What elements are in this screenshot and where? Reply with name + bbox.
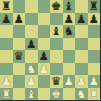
black-pawn[interactable]: ♟ [1, 12, 11, 25]
square-f2[interactable]: ♟ [63, 75, 76, 88]
square-f4[interactable] [63, 50, 76, 63]
square-c1[interactable]: ♝ [25, 88, 38, 101]
square-a5[interactable] [0, 38, 13, 51]
square-e5[interactable] [50, 38, 63, 51]
square-d6[interactable] [38, 25, 51, 38]
black-pawn[interactable]: ♟ [14, 12, 24, 25]
square-b6[interactable] [13, 25, 26, 38]
square-b2[interactable] [13, 75, 26, 88]
square-h4[interactable] [88, 50, 101, 63]
square-b1[interactable] [13, 88, 26, 101]
square-a6[interactable] [0, 25, 13, 38]
square-c7[interactable] [25, 13, 38, 26]
white-rook[interactable]: ♜ [1, 87, 11, 100]
square-b3[interactable] [13, 63, 26, 76]
white-pawn[interactable]: ♟ [39, 62, 49, 75]
square-f6[interactable]: ♞ [63, 25, 76, 38]
white-bishop[interactable]: ♝ [26, 87, 36, 100]
square-a4[interactable] [0, 50, 13, 63]
square-c8[interactable] [25, 0, 38, 13]
white-pawn[interactable]: ♟ [64, 75, 74, 88]
square-e6[interactable]: ♝ [50, 25, 63, 38]
black-pawn[interactable]: ♟ [76, 12, 86, 25]
square-c5[interactable]: ♟ [25, 38, 38, 51]
square-d2[interactable] [38, 75, 51, 88]
square-g6[interactable] [75, 25, 88, 38]
square-g4[interactable] [75, 50, 88, 63]
black-queen[interactable]: ♛ [14, 50, 24, 63]
square-d8[interactable] [38, 0, 51, 13]
square-d3[interactable]: ♟ [38, 63, 51, 76]
square-g7[interactable]: ♟ [75, 13, 88, 26]
black-pawn[interactable]: ♟ [26, 37, 36, 50]
chess-board: ♜♚♝♜♟♟♟♟♟♝♞♟♛♟♞♟♟♟♛♟♟♟♜♝♚♞♜ [0, 0, 100, 100]
square-a7[interactable]: ♟ [0, 13, 13, 26]
square-f5[interactable] [63, 38, 76, 51]
black-king[interactable]: ♚ [51, 0, 61, 12]
white-knight[interactable]: ♞ [76, 87, 86, 100]
square-d7[interactable] [38, 13, 51, 26]
black-knight[interactable]: ♞ [64, 25, 74, 38]
square-h6[interactable] [88, 25, 101, 38]
black-pawn[interactable]: ♟ [89, 12, 99, 25]
square-f1[interactable] [63, 88, 76, 101]
square-e1[interactable]: ♚ [50, 88, 63, 101]
square-h1[interactable]: ♜ [88, 88, 101, 101]
white-rook[interactable]: ♜ [89, 87, 99, 100]
chess-app-viewport: ♜♚♝♜♟♟♟♟♟♝♞♟♛♟♞♟♟♟♛♟♟♟♜♝♚♞♜ [0, 0, 100, 100]
square-g1[interactable]: ♞ [75, 88, 88, 101]
square-h7[interactable]: ♟ [88, 13, 101, 26]
square-a1[interactable]: ♜ [0, 88, 13, 101]
white-king[interactable]: ♚ [51, 87, 61, 100]
square-d1[interactable] [38, 88, 51, 101]
square-h5[interactable] [88, 38, 101, 51]
square-b7[interactable]: ♟ [13, 13, 26, 26]
square-e4[interactable] [50, 50, 63, 63]
square-e8[interactable]: ♚ [50, 0, 63, 13]
square-b4[interactable]: ♛ [13, 50, 26, 63]
square-g5[interactable] [75, 38, 88, 51]
black-bishop[interactable]: ♝ [51, 25, 61, 38]
